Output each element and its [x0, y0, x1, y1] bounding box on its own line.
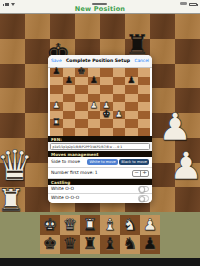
position-setup-dialog: Save Complete Position Setup Cancel ♟♚♟♟… — [48, 55, 152, 203]
board-square[interactable] — [0, 14, 25, 39]
black-knight: ♞ — [123, 236, 137, 252]
mini-board-square[interactable] — [75, 102, 88, 111]
board-square[interactable] — [175, 39, 200, 64]
mini-board-square[interactable] — [63, 85, 76, 94]
white-pawn[interactable]: ♟ — [169, 147, 200, 185]
board-square[interactable] — [0, 113, 25, 138]
palette-cell[interactable]: ♛ — [60, 215, 80, 235]
white-queen: ♛ — [63, 217, 77, 233]
board-square[interactable] — [150, 14, 175, 39]
first-move-stepper[interactable]: − + — [132, 170, 149, 177]
palette-cell[interactable]: ♚ — [40, 215, 60, 235]
mini-board-square[interactable] — [75, 111, 88, 120]
mini-board-square[interactable] — [138, 119, 151, 128]
mini-board-square[interactable] — [63, 94, 76, 103]
black-king: ♚ — [77, 68, 85, 77]
board-square[interactable] — [150, 64, 175, 89]
white-pawn: ♟ — [52, 102, 60, 111]
mini-board-square[interactable] — [50, 77, 63, 86]
palette-cell[interactable]: ♝ — [100, 215, 120, 235]
mini-board-square[interactable] — [113, 128, 126, 137]
first-move-label: Number first move: — [51, 171, 94, 176]
dialog-title: Complete Position Setup — [66, 59, 130, 64]
side-to-move-row: Side to move White to move Black to move — [48, 157, 152, 168]
black-bishop: ♝ — [103, 236, 117, 252]
white-pawn: ♟ — [143, 217, 157, 233]
mini-board-square[interactable] — [113, 85, 126, 94]
white-king: ♚ — [43, 217, 57, 233]
mini-board-square[interactable] — [88, 128, 101, 137]
mini-board-square[interactable] — [125, 94, 138, 103]
first-move-value: 1 — [95, 171, 98, 176]
board-square[interactable] — [25, 113, 50, 138]
board-square[interactable] — [0, 88, 25, 113]
white-knight: ♞ — [123, 217, 137, 233]
board-square[interactable] — [175, 64, 200, 89]
mini-board-square[interactable] — [63, 128, 76, 137]
board-square[interactable] — [25, 187, 50, 212]
mini-board-square[interactable]: ♟ — [50, 68, 63, 77]
mini-board-square[interactable] — [138, 85, 151, 94]
mini-board-square[interactable] — [125, 102, 138, 111]
white-bishop: ♝ — [103, 217, 117, 233]
mini-board-square[interactable] — [125, 119, 138, 128]
mini-board-square[interactable] — [100, 119, 113, 128]
white-ooo-toggle[interactable] — [138, 195, 149, 202]
black-pawn: ♟ — [65, 77, 73, 86]
palette-cell[interactable]: ♜ — [80, 215, 100, 235]
mini-board-square[interactable] — [63, 111, 76, 120]
mini-board-square[interactable] — [138, 94, 151, 103]
stepper-minus-button[interactable]: − — [133, 171, 141, 176]
mini-board-square[interactable] — [138, 77, 151, 86]
palette-cell[interactable]: ♟ — [140, 215, 160, 235]
piece-palette: ♚♛♜♝♞♟♚♛♜♝♞♟ — [0, 212, 200, 258]
palette-cell[interactable]: ♞ — [120, 215, 140, 235]
mini-board-square[interactable] — [138, 102, 151, 111]
palette-cell[interactable]: ♞ — [120, 235, 140, 255]
mini-board-square[interactable] — [75, 119, 88, 128]
mini-board-square[interactable] — [100, 128, 113, 137]
white-oo-toggle[interactable] — [138, 186, 149, 193]
fen-row: p1k5/1p1p2p1/8/8/P2PP3/4KP2/R7/8 w - - 0… — [48, 142, 152, 151]
page-title: New Position — [0, 5, 200, 13]
white-king: ♚ — [102, 111, 110, 120]
board-square[interactable] — [50, 14, 75, 39]
black-pawn: ♟ — [90, 77, 98, 86]
mini-board-square[interactable]: ♜ — [50, 119, 63, 128]
black-pawn: ♟ — [52, 68, 60, 77]
palette-cell[interactable]: ♛ — [60, 235, 80, 255]
first-move-row: Number first move:1 − + — [48, 168, 152, 179]
mini-board-square[interactable] — [88, 111, 101, 120]
board-square[interactable] — [0, 39, 25, 64]
mini-board-square[interactable] — [100, 85, 113, 94]
black-king: ♚ — [43, 236, 57, 252]
board-square[interactable] — [175, 187, 200, 212]
mini-board-square[interactable]: ♟ — [88, 102, 101, 111]
black-rook: ♜ — [83, 236, 97, 252]
mini-board-square[interactable] — [125, 128, 138, 137]
mini-board-square[interactable] — [63, 119, 76, 128]
board-square[interactable] — [75, 14, 100, 39]
white-pawn: ♟ — [115, 111, 123, 120]
white-rook: ♜ — [52, 119, 60, 128]
save-button[interactable]: Save — [51, 59, 62, 64]
bottom-bar — [0, 258, 200, 266]
side-to-move-label: Side to move — [51, 160, 80, 165]
navigation-bar: New Position — [0, 0, 200, 14]
mini-board-square[interactable] — [113, 119, 126, 128]
mini-board-square[interactable] — [63, 102, 76, 111]
mini-board-square[interactable] — [138, 128, 151, 137]
mini-board-square[interactable]: ♟ — [88, 77, 101, 86]
palette-cell[interactable]: ♜ — [80, 235, 100, 255]
mini-board-square[interactable]: ♟ — [113, 111, 126, 120]
board-square[interactable] — [0, 64, 25, 89]
mini-board-square[interactable]: ♟ — [63, 77, 76, 86]
board-square[interactable] — [25, 88, 50, 113]
mini-board-square[interactable] — [125, 111, 138, 120]
white-queen[interactable]: ♛ — [0, 145, 34, 187]
setup-mini-board[interactable]: ♟♚♟♟♟♟♟♟♚♟♜ — [50, 68, 150, 136]
dialog-header: Save Complete Position Setup Cancel — [48, 55, 152, 68]
black-queen: ♛ — [63, 236, 77, 252]
mini-board-square[interactable] — [100, 68, 113, 77]
mini-board-square[interactable] — [113, 68, 126, 77]
mini-board-square[interactable] — [75, 77, 88, 86]
mini-board-square[interactable]: ♟ — [125, 77, 138, 86]
mini-board-square[interactable]: ♚ — [75, 68, 88, 77]
white-pawn[interactable]: ♟ — [158, 108, 192, 146]
white-ooo-label: White O-O-O — [51, 196, 79, 201]
white-to-move-button[interactable]: White to move — [87, 159, 117, 166]
palette-cell[interactable]: ♚ — [40, 235, 60, 255]
mini-board-square[interactable] — [50, 85, 63, 94]
cancel-button[interactable]: Cancel — [134, 59, 149, 64]
mini-board-square[interactable] — [50, 128, 63, 137]
white-rook: ♜ — [83, 217, 97, 233]
mini-board-square[interactable] — [113, 94, 126, 103]
board-square[interactable] — [175, 14, 200, 39]
mini-board-square[interactable] — [75, 85, 88, 94]
white-ooo-row: White O-O-O — [48, 194, 152, 203]
mini-board-square[interactable] — [100, 77, 113, 86]
mini-board-square[interactable] — [125, 85, 138, 94]
white-pawn: ♟ — [90, 102, 98, 111]
fen-input[interactable]: p1k5/1p1p2p1/8/8/P2PP3/4KP2/R7/8 w - - 0… — [50, 143, 150, 150]
mini-board-square[interactable] — [138, 68, 151, 77]
board-square[interactable] — [150, 187, 175, 212]
black-pawn: ♟ — [127, 77, 135, 86]
mini-board-square[interactable] — [88, 85, 101, 94]
palette-cell[interactable]: ♝ — [100, 235, 120, 255]
chess-setup-screen: New Position ♚♜♟♟♛♜ ♚♛♜♝♞♟♚♛♜♝♞♟ Save Co… — [0, 0, 200, 266]
mini-board-square[interactable] — [75, 128, 88, 137]
black-pawn: ♟ — [143, 236, 157, 252]
white-oo-label: White O-O — [51, 187, 74, 192]
board-square[interactable] — [150, 39, 175, 64]
white-oo-row: White O-O — [48, 185, 152, 194]
stepper-plus-button[interactable]: + — [141, 171, 148, 176]
mini-board-square[interactable]: ♟ — [50, 102, 63, 111]
mini-board-square[interactable] — [138, 111, 151, 120]
mini-board-square[interactable] — [113, 77, 126, 86]
mini-board-square[interactable] — [88, 119, 101, 128]
palette-cell[interactable]: ♟ — [140, 235, 160, 255]
black-to-move-button[interactable]: Black to move — [119, 159, 149, 166]
board-square[interactable] — [100, 14, 125, 39]
board-square[interactable] — [25, 14, 50, 39]
mini-board-square[interactable] — [75, 94, 88, 103]
mini-board-square[interactable]: ♚ — [100, 111, 113, 120]
